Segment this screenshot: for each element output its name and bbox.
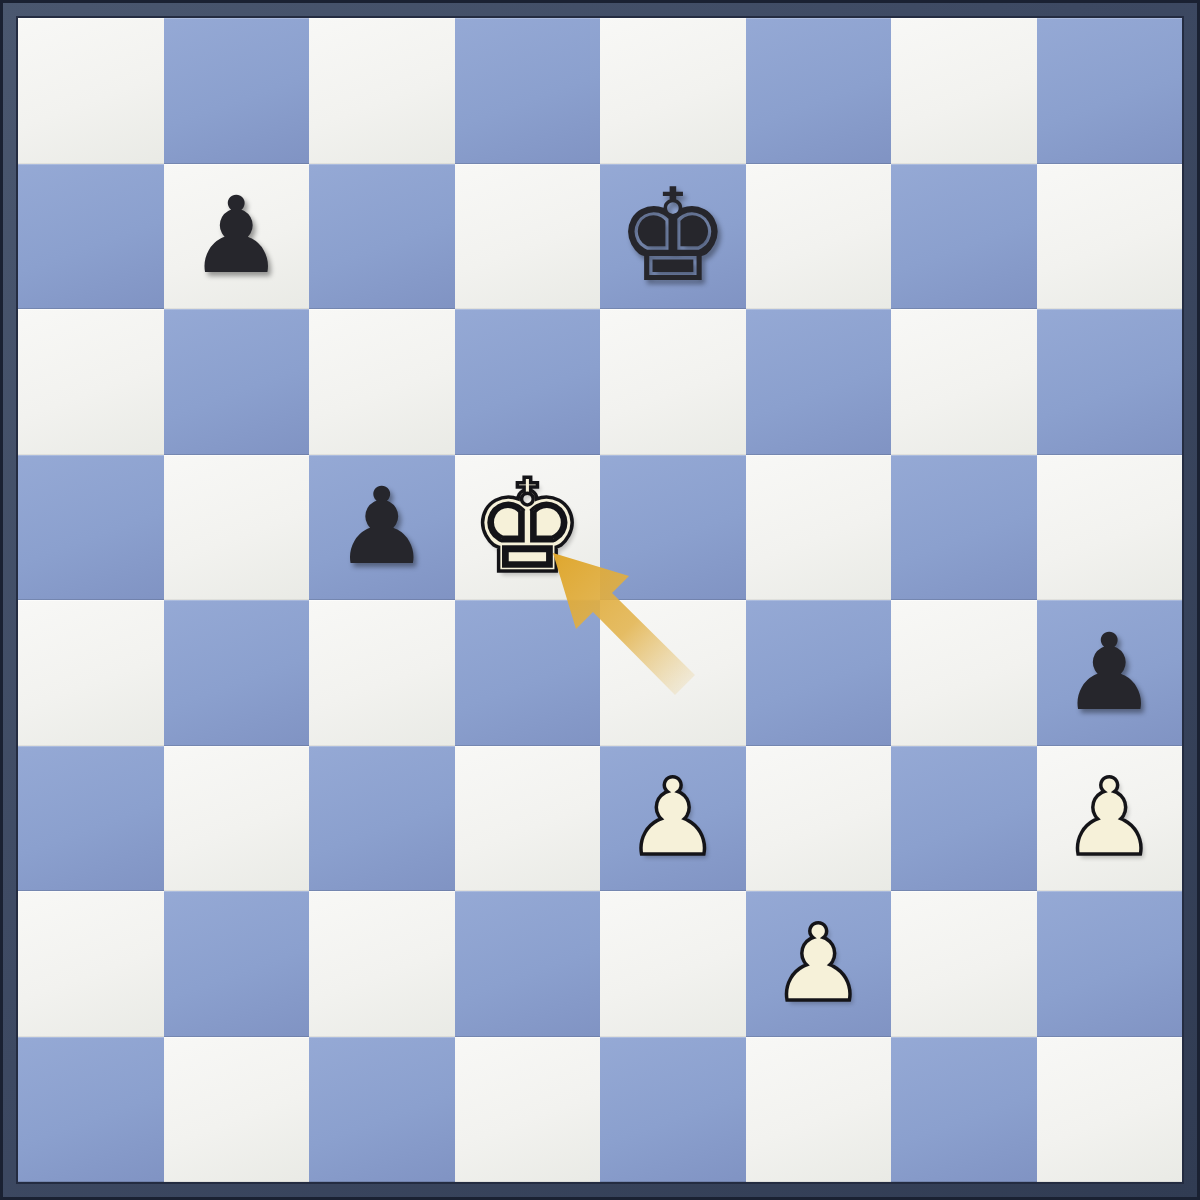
piece-white-pawn-e3[interactable]: ♟ — [625, 765, 720, 871]
square-d5[interactable]: ♚ — [455, 455, 601, 601]
square-g4[interactable] — [891, 600, 1037, 746]
piece-white-king-d5[interactable]: ♚ — [470, 463, 585, 591]
square-b7[interactable]: ♟ — [164, 164, 310, 310]
square-c6[interactable] — [309, 309, 455, 455]
square-h7[interactable] — [1037, 164, 1183, 310]
square-b5[interactable] — [164, 455, 310, 601]
square-d8[interactable] — [455, 18, 601, 164]
piece-black-pawn-c5[interactable]: ♟ — [334, 474, 429, 580]
square-e4[interactable] — [600, 600, 746, 746]
square-d4[interactable] — [455, 600, 601, 746]
square-f8[interactable] — [746, 18, 892, 164]
square-f6[interactable] — [746, 309, 892, 455]
chess-board: ♟♚♟♚♟♟♟♟ — [18, 18, 1182, 1182]
square-e6[interactable] — [600, 309, 746, 455]
square-b8[interactable] — [164, 18, 310, 164]
square-d7[interactable] — [455, 164, 601, 310]
square-f4[interactable] — [746, 600, 892, 746]
square-h8[interactable] — [1037, 18, 1183, 164]
square-f7[interactable] — [746, 164, 892, 310]
square-b1[interactable] — [164, 1037, 310, 1183]
square-g1[interactable] — [891, 1037, 1037, 1183]
piece-black-pawn-h4[interactable]: ♟ — [1062, 620, 1157, 726]
square-f5[interactable] — [746, 455, 892, 601]
square-f3[interactable] — [746, 746, 892, 892]
square-e3[interactable]: ♟ — [600, 746, 746, 892]
square-f1[interactable] — [746, 1037, 892, 1183]
square-c3[interactable] — [309, 746, 455, 892]
square-c8[interactable] — [309, 18, 455, 164]
square-e5[interactable] — [600, 455, 746, 601]
square-d3[interactable] — [455, 746, 601, 892]
square-g3[interactable] — [891, 746, 1037, 892]
square-g7[interactable] — [891, 164, 1037, 310]
square-b2[interactable] — [164, 891, 310, 1037]
square-d1[interactable] — [455, 1037, 601, 1183]
board-frame: ♟♚♟♚♟♟♟♟ — [0, 0, 1200, 1200]
square-f2[interactable]: ♟ — [746, 891, 892, 1037]
square-a6[interactable] — [18, 309, 164, 455]
square-c1[interactable] — [309, 1037, 455, 1183]
square-b4[interactable] — [164, 600, 310, 746]
square-e8[interactable] — [600, 18, 746, 164]
square-a8[interactable] — [18, 18, 164, 164]
square-e7[interactable]: ♚ — [600, 164, 746, 310]
square-g2[interactable] — [891, 891, 1037, 1037]
square-c2[interactable] — [309, 891, 455, 1037]
square-h2[interactable] — [1037, 891, 1183, 1037]
square-h5[interactable] — [1037, 455, 1183, 601]
square-b3[interactable] — [164, 746, 310, 892]
piece-black-pawn-b7[interactable]: ♟ — [189, 183, 284, 289]
square-g5[interactable] — [891, 455, 1037, 601]
square-a4[interactable] — [18, 600, 164, 746]
piece-black-king-e7[interactable]: ♚ — [615, 172, 730, 300]
square-a5[interactable] — [18, 455, 164, 601]
board-wrap: ♟♚♟♚♟♟♟♟ — [18, 18, 1182, 1182]
piece-white-pawn-h3[interactable]: ♟ — [1062, 765, 1157, 871]
square-h6[interactable] — [1037, 309, 1183, 455]
square-a3[interactable] — [18, 746, 164, 892]
square-a1[interactable] — [18, 1037, 164, 1183]
square-a7[interactable] — [18, 164, 164, 310]
square-e1[interactable] — [600, 1037, 746, 1183]
square-g8[interactable] — [891, 18, 1037, 164]
square-h4[interactable]: ♟ — [1037, 600, 1183, 746]
square-b6[interactable] — [164, 309, 310, 455]
square-h3[interactable]: ♟ — [1037, 746, 1183, 892]
square-c5[interactable]: ♟ — [309, 455, 455, 601]
square-c4[interactable] — [309, 600, 455, 746]
square-g6[interactable] — [891, 309, 1037, 455]
square-h1[interactable] — [1037, 1037, 1183, 1183]
piece-white-pawn-f2[interactable]: ♟ — [771, 911, 866, 1017]
square-d6[interactable] — [455, 309, 601, 455]
square-d2[interactable] — [455, 891, 601, 1037]
square-e2[interactable] — [600, 891, 746, 1037]
square-c7[interactable] — [309, 164, 455, 310]
square-a2[interactable] — [18, 891, 164, 1037]
